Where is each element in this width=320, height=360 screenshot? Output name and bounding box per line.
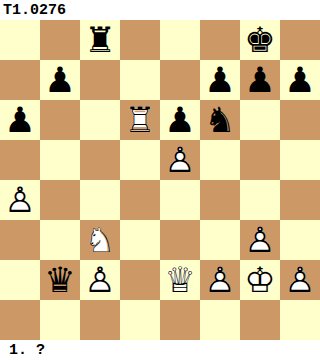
square-g1[interactable] xyxy=(240,300,280,340)
square-e1[interactable] xyxy=(160,300,200,340)
square-c7[interactable] xyxy=(80,60,120,100)
square-f2[interactable]: ♟♙ xyxy=(200,260,240,300)
square-f7[interactable]: ♟ xyxy=(200,60,240,100)
piece-fill-glyph: ♛ xyxy=(40,260,80,300)
square-b6[interactable] xyxy=(40,100,80,140)
square-e3[interactable] xyxy=(160,220,200,260)
piece-fill-glyph: ♞ xyxy=(200,100,240,140)
piece-fill-glyph: ♟ xyxy=(0,100,40,140)
piece-outline-glyph: ♘ xyxy=(80,220,120,260)
black-knight-piece: ♞ xyxy=(200,100,240,140)
white-pawn-piece: ♟♙ xyxy=(160,140,200,180)
square-e4[interactable] xyxy=(160,180,200,220)
move-prompt: 1. ? xyxy=(0,340,320,360)
square-b5[interactable] xyxy=(40,140,80,180)
square-e7[interactable] xyxy=(160,60,200,100)
square-c1[interactable] xyxy=(80,300,120,340)
square-d2[interactable] xyxy=(120,260,160,300)
square-a1[interactable] xyxy=(0,300,40,340)
square-h1[interactable] xyxy=(280,300,320,340)
square-a3[interactable] xyxy=(0,220,40,260)
piece-fill-glyph: ♟ xyxy=(280,60,320,100)
square-h2[interactable]: ♟♙ xyxy=(280,260,320,300)
square-a6[interactable]: ♟ xyxy=(0,100,40,140)
square-a5[interactable] xyxy=(0,140,40,180)
square-g2[interactable]: ♚♔ xyxy=(240,260,280,300)
square-c6[interactable] xyxy=(80,100,120,140)
piece-outline-glyph: ♙ xyxy=(200,260,240,300)
white-pawn-piece: ♟♙ xyxy=(0,180,40,220)
black-king-piece: ♚ xyxy=(240,20,280,60)
square-c4[interactable] xyxy=(80,180,120,220)
piece-outline-glyph: ♔ xyxy=(240,260,280,300)
white-king-piece: ♚♔ xyxy=(240,260,280,300)
piece-fill-glyph: ♟ xyxy=(240,60,280,100)
square-c5[interactable] xyxy=(80,140,120,180)
square-b7[interactable]: ♟ xyxy=(40,60,80,100)
white-pawn-piece: ♟♙ xyxy=(80,260,120,300)
square-a4[interactable]: ♟♙ xyxy=(0,180,40,220)
piece-outline-glyph: ♙ xyxy=(160,140,200,180)
puzzle-title: T1.0276 xyxy=(0,0,320,20)
square-h7[interactable]: ♟ xyxy=(280,60,320,100)
piece-outline-glyph: ♙ xyxy=(280,260,320,300)
square-d8[interactable] xyxy=(120,20,160,60)
black-pawn-piece: ♟ xyxy=(280,60,320,100)
square-d3[interactable] xyxy=(120,220,160,260)
square-e5[interactable]: ♟♙ xyxy=(160,140,200,180)
square-h8[interactable] xyxy=(280,20,320,60)
square-g3[interactable]: ♟♙ xyxy=(240,220,280,260)
white-queen-piece: ♛♕ xyxy=(160,260,200,300)
square-f4[interactable] xyxy=(200,180,240,220)
square-h5[interactable] xyxy=(280,140,320,180)
piece-fill-glyph: ♟ xyxy=(160,100,200,140)
square-b2[interactable]: ♛ xyxy=(40,260,80,300)
black-pawn-piece: ♟ xyxy=(160,100,200,140)
square-f8[interactable] xyxy=(200,20,240,60)
black-pawn-piece: ♟ xyxy=(200,60,240,100)
piece-outline-glyph: ♙ xyxy=(80,260,120,300)
white-pawn-piece: ♟♙ xyxy=(240,220,280,260)
square-e2[interactable]: ♛♕ xyxy=(160,260,200,300)
square-a7[interactable] xyxy=(0,60,40,100)
black-pawn-piece: ♟ xyxy=(0,100,40,140)
white-pawn-piece: ♟♙ xyxy=(200,260,240,300)
square-f3[interactable] xyxy=(200,220,240,260)
piece-fill-glyph: ♟ xyxy=(40,60,80,100)
white-rook-piece: ♜♖ xyxy=(120,100,160,140)
square-b1[interactable] xyxy=(40,300,80,340)
square-b4[interactable] xyxy=(40,180,80,220)
chess-puzzle-screen: T1.0276 ♜♚♟♟♟♟♟♜♖♟♞♟♙♟♙♞♘♟♙♛♟♙♛♕♟♙♚♔♟♙ 1… xyxy=(0,0,320,360)
square-h4[interactable] xyxy=(280,180,320,220)
white-pawn-piece: ♟♙ xyxy=(280,260,320,300)
square-b8[interactable] xyxy=(40,20,80,60)
square-g5[interactable] xyxy=(240,140,280,180)
piece-outline-glyph: ♙ xyxy=(240,220,280,260)
piece-outline-glyph: ♖ xyxy=(120,100,160,140)
square-d7[interactable] xyxy=(120,60,160,100)
piece-fill-glyph: ♟ xyxy=(200,60,240,100)
square-a2[interactable] xyxy=(0,260,40,300)
piece-fill-glyph: ♜ xyxy=(80,20,120,60)
square-g8[interactable]: ♚ xyxy=(240,20,280,60)
black-pawn-piece: ♟ xyxy=(40,60,80,100)
square-h6[interactable] xyxy=(280,100,320,140)
piece-fill-glyph: ♚ xyxy=(240,20,280,60)
white-knight-piece: ♞♘ xyxy=(80,220,120,260)
square-f6[interactable]: ♞ xyxy=(200,100,240,140)
square-d4[interactable] xyxy=(120,180,160,220)
square-d5[interactable] xyxy=(120,140,160,180)
square-c8[interactable]: ♜ xyxy=(80,20,120,60)
square-b3[interactable] xyxy=(40,220,80,260)
square-g6[interactable] xyxy=(240,100,280,140)
square-d1[interactable] xyxy=(120,300,160,340)
square-e6[interactable]: ♟ xyxy=(160,100,200,140)
piece-outline-glyph: ♕ xyxy=(160,260,200,300)
square-g4[interactable] xyxy=(240,180,280,220)
black-pawn-piece: ♟ xyxy=(240,60,280,100)
square-e8[interactable] xyxy=(160,20,200,60)
square-f1[interactable] xyxy=(200,300,240,340)
square-c2[interactable]: ♟♙ xyxy=(80,260,120,300)
black-rook-piece: ♜ xyxy=(80,20,120,60)
square-f5[interactable] xyxy=(200,140,240,180)
chess-board: ♜♚♟♟♟♟♟♜♖♟♞♟♙♟♙♞♘♟♙♛♟♙♛♕♟♙♚♔♟♙ xyxy=(0,20,320,340)
piece-outline-glyph: ♙ xyxy=(0,180,40,220)
square-d6[interactable]: ♜♖ xyxy=(120,100,160,140)
square-c3[interactable]: ♞♘ xyxy=(80,220,120,260)
square-g7[interactable]: ♟ xyxy=(240,60,280,100)
black-queen-piece: ♛ xyxy=(40,260,80,300)
square-h3[interactable] xyxy=(280,220,320,260)
square-a8[interactable] xyxy=(0,20,40,60)
